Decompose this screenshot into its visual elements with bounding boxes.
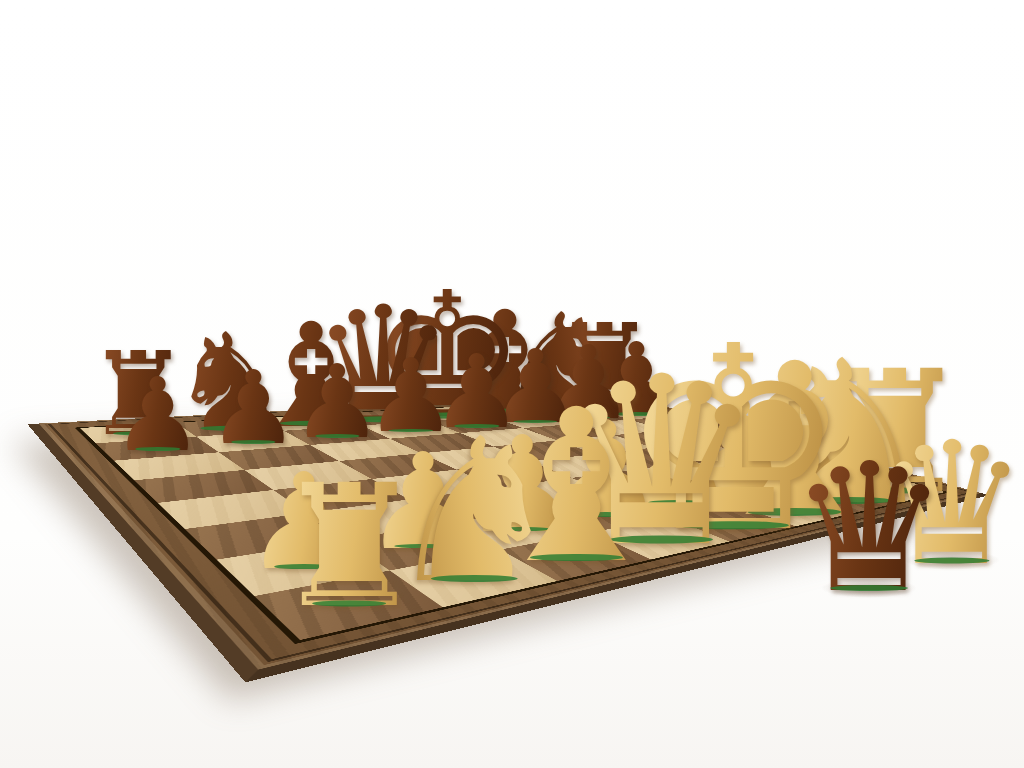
felt-base	[315, 434, 360, 438]
white-rook-a1: ♜	[274, 463, 425, 632]
chess-set-photo: ♜♞♝♚♛♝♞♜♟♟♟♟♟♟♟♟♟♟♟♟♟♟♟♟♜♞♝♚♛♝♞♜♛♛	[0, 0, 1024, 768]
black-pawn-a7: ♟	[112, 365, 203, 466]
pieces-layer: ♜♞♝♚♛♝♞♜♟♟♟♟♟♟♟♟♟♟♟♟♟♟♟♟♜♞♝♚♛♝♞♜♛♛	[0, 0, 1024, 768]
felt-base	[312, 601, 386, 607]
felt-base	[135, 447, 180, 451]
black-pawn-b7: ♟	[208, 358, 299, 459]
black-queen-spare: ♛	[789, 440, 949, 618]
felt-base	[830, 585, 908, 591]
felt-base	[231, 440, 276, 444]
felt-base	[430, 575, 517, 582]
